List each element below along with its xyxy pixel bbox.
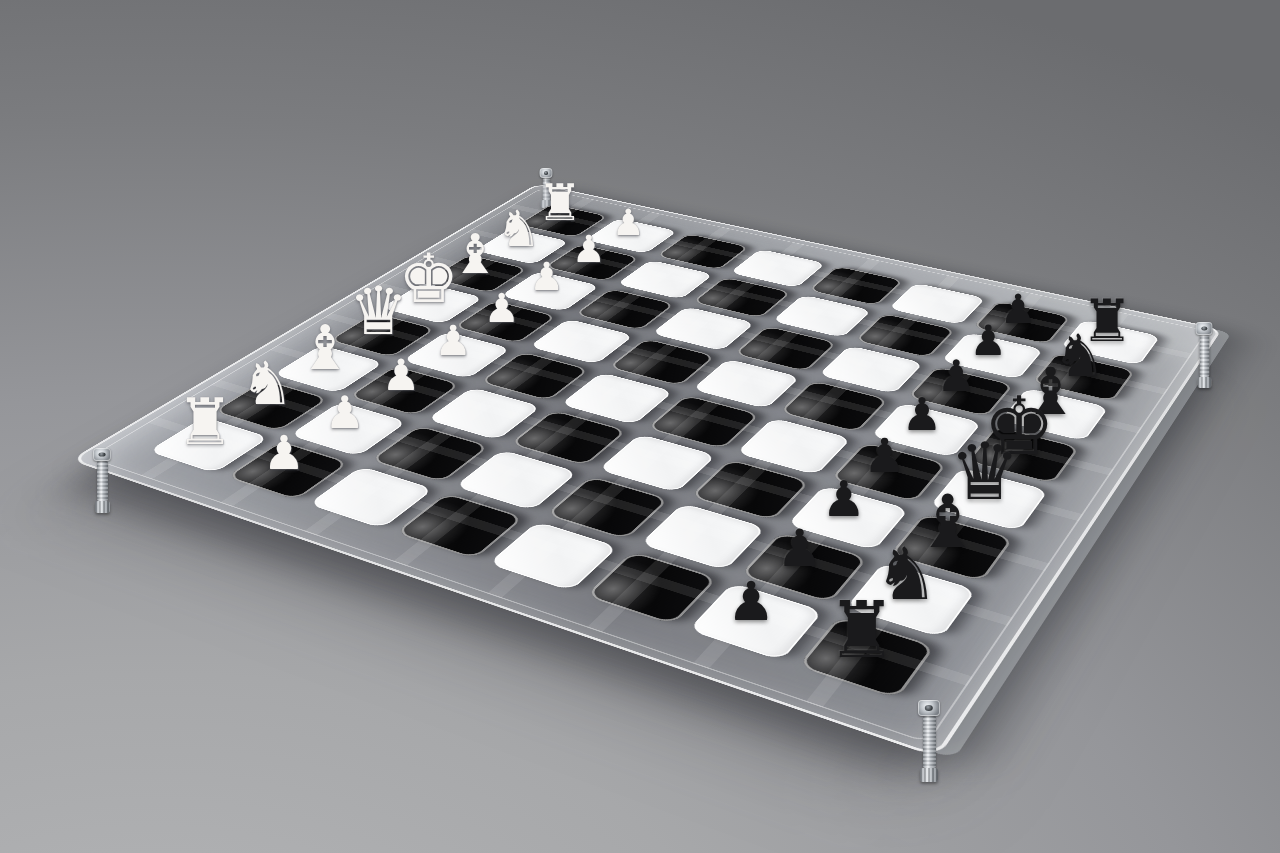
white-pawn-a2[interactable]: ♟ [263,430,305,477]
black-pawn-b7[interactable]: ♟ [776,523,822,574]
black-pawn-e7[interactable]: ♟ [902,392,943,437]
black-pawn-d7[interactable]: ♟ [863,432,905,479]
white-knight-g1[interactable]: ♞ [496,204,541,254]
foot-base [95,501,110,513]
white-pawn-e2[interactable]: ♟ [484,288,520,328]
white-pawn-c2[interactable]: ♟ [382,354,421,397]
square-a5[interactable] [487,521,618,591]
white-pawn-f2[interactable]: ♟ [529,258,564,297]
white-bishop-c1[interactable]: ♝ [297,317,352,378]
black-pawn-c7[interactable]: ♟ [822,475,866,524]
white-rook-a1[interactable]: ♜ [176,390,234,454]
white-pawn-d2[interactable]: ♟ [434,320,471,362]
white-pawn-h2[interactable]: ♟ [612,205,645,241]
black-pawn-a7[interactable]: ♟ [727,575,775,629]
foot-base [1197,377,1211,388]
studio-photo-backdrop: { "game": "chess", "scene_label": "Acryl… [0,0,1280,853]
black-rook-a8[interactable]: ♜ [827,590,897,668]
white-queen-d1[interactable]: ♛ [349,278,409,345]
white-knight-b1[interactable]: ♞ [240,355,294,415]
white-rook-h1[interactable]: ♜ [537,178,582,228]
white-pawn-b2[interactable]: ♟ [325,391,365,436]
black-pawn-f7[interactable]: ♟ [937,355,976,399]
foot-base [920,768,938,782]
white-pawn-g2[interactable]: ♟ [572,231,606,269]
